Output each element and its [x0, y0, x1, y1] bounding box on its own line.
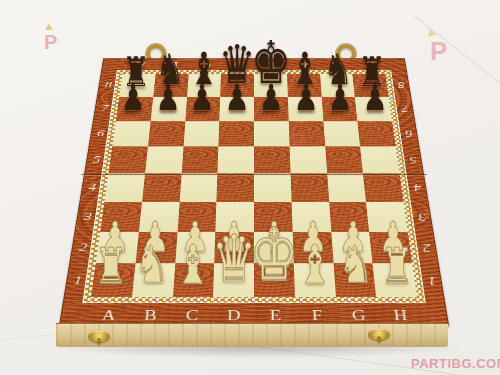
piece-b1-white-knight[interactable]: ♞ [134, 240, 169, 291]
piece-h7-black-pawn[interactable]: ♟ [363, 80, 388, 116]
file-label-bottom-a: A [97, 307, 121, 324]
square-c4[interactable] [179, 173, 217, 201]
square-e5[interactable] [254, 147, 290, 174]
square-b4[interactable] [142, 173, 181, 201]
square-b5[interactable] [145, 147, 183, 174]
square-f5[interactable] [289, 147, 326, 174]
square-b6[interactable] [148, 121, 185, 146]
party-hat-icon [45, 23, 53, 30]
square-f6[interactable] [289, 121, 325, 146]
piece-h1-white-rook[interactable]: ♜ [380, 242, 414, 291]
square-d5[interactable] [218, 147, 254, 174]
square-e4[interactable] [254, 173, 291, 201]
square-f4[interactable] [290, 173, 328, 201]
square-a5[interactable] [109, 147, 148, 174]
file-label-bottom-b: B [139, 307, 162, 324]
file-label-bottom-f: F [306, 307, 329, 324]
square-h5[interactable] [360, 147, 399, 174]
rank-label-right-2: 2 [416, 241, 439, 255]
piece-g7-black-pawn[interactable]: ♟ [328, 80, 353, 116]
square-d6[interactable] [219, 121, 254, 146]
square-a4[interactable] [104, 173, 144, 201]
rank-label-right-1: 1 [420, 273, 443, 288]
rank-label-right-5: 5 [403, 154, 424, 166]
piece-c1-white-bishop[interactable]: ♝ [174, 238, 211, 292]
watermark-p-topleft: P [44, 31, 57, 54]
file-label-bottom-h: H [389, 307, 413, 324]
square-g6[interactable] [323, 121, 360, 146]
rank-label-right-3: 3 [411, 210, 433, 223]
rank-label-right-7: 7 [395, 103, 415, 114]
file-label-bottom-c: C [181, 307, 204, 324]
clasp-icon [88, 331, 110, 342]
square-a6[interactable] [112, 121, 150, 146]
piece-d7-black-pawn[interactable]: ♟ [224, 80, 249, 116]
piece-b7-black-pawn[interactable]: ♟ [155, 80, 180, 116]
rank-label-right-8: 8 [392, 80, 411, 90]
file-label-bottom-g: G [348, 307, 371, 324]
piece-e7-black-pawn[interactable]: ♟ [259, 80, 284, 116]
photo-scene: AABBCCDDEEFFGGHH1122334455667788 ♜♞♝♛♚♝♞… [0, 0, 500, 375]
piece-e1-white-king[interactable]: ♚ [250, 220, 299, 292]
square-d4[interactable] [217, 173, 254, 201]
square-g5[interactable] [325, 147, 363, 174]
square-c6[interactable] [183, 121, 219, 146]
rank-label-right-6: 6 [399, 128, 419, 139]
square-e6[interactable] [254, 121, 289, 146]
square-h6[interactable] [358, 121, 396, 146]
piece-f1-white-bishop[interactable]: ♝ [297, 238, 334, 292]
rank-label-right-4: 4 [407, 181, 428, 193]
background-crease [413, 15, 500, 96]
clasp-icon [368, 329, 390, 340]
square-g4[interactable] [327, 173, 366, 201]
piece-g1-white-knight[interactable]: ♞ [338, 240, 373, 291]
piece-a1-white-rook[interactable]: ♜ [94, 242, 128, 291]
file-label-bottom-e: E [265, 307, 287, 324]
square-h4[interactable] [363, 173, 403, 201]
piece-f7-black-pawn[interactable]: ♟ [293, 80, 318, 116]
fold-line [81, 174, 427, 175]
watermark-letter: P [44, 31, 57, 53]
piece-a7-black-pawn[interactable]: ♟ [121, 80, 146, 116]
piece-c7-black-pawn[interactable]: ♟ [190, 80, 215, 116]
file-label-bottom-d: D [223, 307, 245, 324]
square-c5[interactable] [181, 147, 218, 174]
